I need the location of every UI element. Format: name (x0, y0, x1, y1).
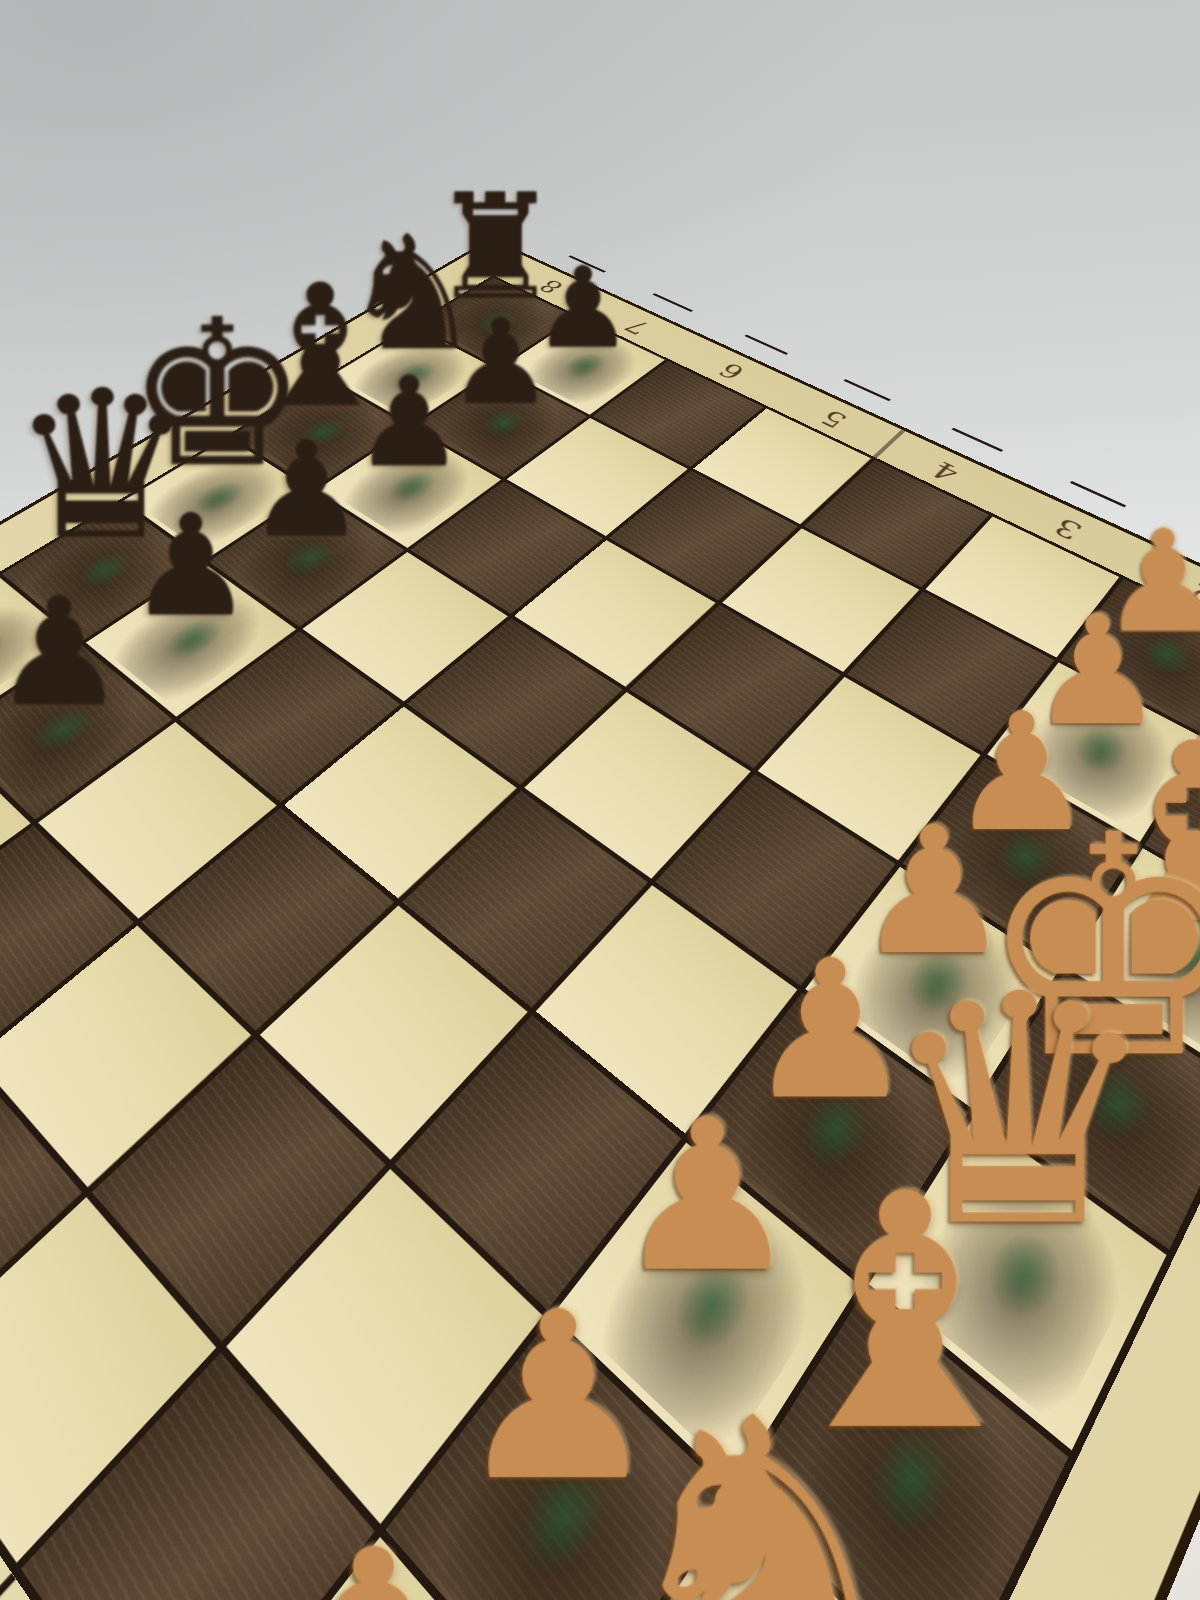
chess-board: 87654321 87654321 ♜♞♝♛♚♝♞♜♟♟♟♟♟♟♟♟♟♟♟♟♟♟… (0, 238, 1200, 1600)
piece-white-knight-b1[interactable]: ♞ (604, 1372, 923, 1600)
board-grid: ♜♞♝♛♚♝♞♜♟♟♟♟♟♟♟♟♟♟♟♟♟♟♟♟♜♞♝♛♚♝♞♜ (0, 275, 1200, 1600)
piece-black-pawn-c7[interactable]: ♟ (0, 578, 127, 728)
square-b1[interactable]: ♞ (576, 1500, 947, 1600)
perspective-scene: 87654321 87654321 ♜♞♝♛♚♝♞♜♟♟♟♟♟♟♟♟♟♟♟♟♟♟… (0, 0, 1200, 1600)
square-g5[interactable] (609, 470, 798, 600)
chess-set-photo: 87654321 87654321 ♜♞♝♛♚♝♞♜♟♟♟♟♟♟♟♟♟♟♟♟♟♟… (0, 0, 1200, 1600)
piece-white-pawn-a2[interactable]: ♟ (257, 1514, 489, 1600)
piece-black-pawn-f7[interactable]: ♟ (354, 360, 465, 484)
piece-black-pawn-d7[interactable]: ♟ (128, 496, 254, 636)
piece-black-pawn-e7[interactable]: ♟ (248, 424, 366, 556)
